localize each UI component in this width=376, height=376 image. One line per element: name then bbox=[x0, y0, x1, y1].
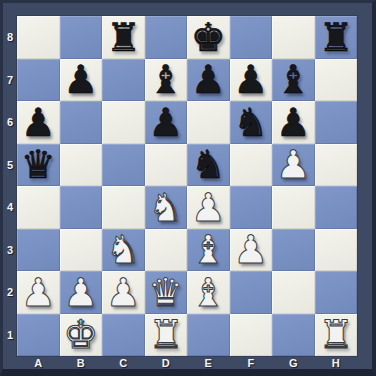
square-d8[interactable] bbox=[145, 16, 188, 59]
square-h2[interactable] bbox=[315, 271, 358, 314]
square-g2[interactable] bbox=[272, 271, 315, 314]
piece-black-rook[interactable]: ♜ bbox=[106, 18, 141, 57]
piece-white-king[interactable]: ♚ bbox=[63, 315, 98, 354]
piece-black-queen[interactable]: ♛ bbox=[21, 145, 56, 184]
rank-label-3: 3 bbox=[3, 229, 17, 272]
square-g3[interactable] bbox=[272, 229, 315, 272]
square-b2[interactable]: ♟ bbox=[60, 271, 103, 314]
square-d4[interactable]: ♞ bbox=[145, 186, 188, 229]
square-f8[interactable] bbox=[230, 16, 273, 59]
square-a4[interactable] bbox=[17, 186, 60, 229]
piece-black-pawn[interactable]: ♟ bbox=[191, 60, 226, 99]
square-h7[interactable] bbox=[315, 59, 358, 102]
piece-white-pawn[interactable]: ♟ bbox=[21, 273, 56, 312]
piece-black-pawn[interactable]: ♟ bbox=[21, 103, 56, 142]
piece-white-rook[interactable]: ♜ bbox=[148, 315, 183, 354]
square-c3[interactable]: ♞ bbox=[102, 229, 145, 272]
piece-black-pawn[interactable]: ♟ bbox=[276, 103, 311, 142]
square-b7[interactable]: ♟ bbox=[60, 59, 103, 102]
square-c2[interactable]: ♟ bbox=[102, 271, 145, 314]
rank-label-5: 5 bbox=[3, 144, 17, 187]
square-f2[interactable] bbox=[230, 271, 273, 314]
piece-white-pawn[interactable]: ♟ bbox=[106, 273, 141, 312]
square-a5[interactable]: ♛ bbox=[17, 144, 60, 187]
piece-black-knight[interactable]: ♞ bbox=[191, 145, 226, 184]
rank-label-1: 1 bbox=[3, 314, 17, 357]
square-g8[interactable] bbox=[272, 16, 315, 59]
square-e5[interactable]: ♞ bbox=[187, 144, 230, 187]
square-f3[interactable]: ♟ bbox=[230, 229, 273, 272]
file-label-e: E bbox=[187, 356, 230, 369]
file-labels: ABCDEFGH bbox=[17, 356, 357, 369]
square-d7[interactable]: ♝ bbox=[145, 59, 188, 102]
piece-white-rook[interactable]: ♜ bbox=[318, 315, 353, 354]
file-label-c: C bbox=[102, 356, 145, 369]
square-h4[interactable] bbox=[315, 186, 358, 229]
rank-label-2: 2 bbox=[3, 271, 17, 314]
chess-board-frame: 87654321 ♜♚♜♟♝♟♟♝♟♟♞♟♛♞♟♞♟♞♝♟♟♟♟♛♝♚♜♜ AB… bbox=[0, 0, 376, 376]
square-c4[interactable] bbox=[102, 186, 145, 229]
file-label-a: A bbox=[17, 356, 60, 369]
file-label-b: B bbox=[60, 356, 103, 369]
piece-white-queen[interactable]: ♛ bbox=[148, 273, 183, 312]
piece-white-pawn[interactable]: ♟ bbox=[276, 145, 311, 184]
square-g5[interactable]: ♟ bbox=[272, 144, 315, 187]
square-g6[interactable]: ♟ bbox=[272, 101, 315, 144]
square-g4[interactable] bbox=[272, 186, 315, 229]
square-b1[interactable]: ♚ bbox=[60, 314, 103, 357]
square-f4[interactable] bbox=[230, 186, 273, 229]
square-c7[interactable] bbox=[102, 59, 145, 102]
square-b6[interactable] bbox=[60, 101, 103, 144]
file-label-d: D bbox=[145, 356, 188, 369]
file-label-f: F bbox=[230, 356, 273, 369]
square-h5[interactable] bbox=[315, 144, 358, 187]
square-d6[interactable]: ♟ bbox=[145, 101, 188, 144]
square-e2[interactable]: ♝ bbox=[187, 271, 230, 314]
square-b8[interactable] bbox=[60, 16, 103, 59]
square-h1[interactable]: ♜ bbox=[315, 314, 358, 357]
piece-black-bishop[interactable]: ♝ bbox=[276, 60, 311, 99]
chess-board[interactable]: ♜♚♜♟♝♟♟♝♟♟♞♟♛♞♟♞♟♞♝♟♟♟♟♛♝♚♜♜ bbox=[17, 16, 357, 356]
piece-black-pawn[interactable]: ♟ bbox=[148, 103, 183, 142]
square-h8[interactable]: ♜ bbox=[315, 16, 358, 59]
rank-label-4: 4 bbox=[3, 186, 17, 229]
piece-white-knight[interactable]: ♞ bbox=[148, 188, 183, 227]
square-a1[interactable] bbox=[17, 314, 60, 357]
square-e4[interactable]: ♟ bbox=[187, 186, 230, 229]
square-a7[interactable] bbox=[17, 59, 60, 102]
square-a3[interactable] bbox=[17, 229, 60, 272]
square-e3[interactable]: ♝ bbox=[187, 229, 230, 272]
piece-white-bishop[interactable]: ♝ bbox=[191, 273, 226, 312]
square-f7[interactable]: ♟ bbox=[230, 59, 273, 102]
piece-white-pawn[interactable]: ♟ bbox=[191, 188, 226, 227]
square-c5[interactable] bbox=[102, 144, 145, 187]
piece-black-pawn[interactable]: ♟ bbox=[63, 60, 98, 99]
square-a6[interactable]: ♟ bbox=[17, 101, 60, 144]
square-h6[interactable] bbox=[315, 101, 358, 144]
rank-label-8: 8 bbox=[3, 16, 17, 59]
square-d3[interactable] bbox=[145, 229, 188, 272]
square-f6[interactable]: ♞ bbox=[230, 101, 273, 144]
square-g7[interactable]: ♝ bbox=[272, 59, 315, 102]
square-h3[interactable] bbox=[315, 229, 358, 272]
square-a2[interactable]: ♟ bbox=[17, 271, 60, 314]
file-label-h: H bbox=[315, 356, 358, 369]
square-c1[interactable] bbox=[102, 314, 145, 357]
rank-labels: 87654321 bbox=[3, 16, 17, 356]
piece-white-pawn[interactable]: ♟ bbox=[63, 273, 98, 312]
square-d1[interactable]: ♜ bbox=[145, 314, 188, 357]
piece-white-bishop[interactable]: ♝ bbox=[191, 230, 226, 269]
square-g1[interactable] bbox=[272, 314, 315, 357]
square-b4[interactable] bbox=[60, 186, 103, 229]
square-f5[interactable] bbox=[230, 144, 273, 187]
square-c8[interactable]: ♜ bbox=[102, 16, 145, 59]
square-e8[interactable]: ♚ bbox=[187, 16, 230, 59]
square-d2[interactable]: ♛ bbox=[145, 271, 188, 314]
piece-black-knight[interactable]: ♞ bbox=[233, 103, 268, 142]
square-c6[interactable] bbox=[102, 101, 145, 144]
piece-white-pawn[interactable]: ♟ bbox=[233, 230, 268, 269]
piece-white-knight[interactable]: ♞ bbox=[106, 230, 141, 269]
file-label-g: G bbox=[272, 356, 315, 369]
square-d5[interactable] bbox=[145, 144, 188, 187]
square-b5[interactable] bbox=[60, 144, 103, 187]
square-f1[interactable] bbox=[230, 314, 273, 357]
piece-black-bishop[interactable]: ♝ bbox=[148, 60, 183, 99]
piece-black-king[interactable]: ♚ bbox=[191, 18, 226, 57]
square-e6[interactable] bbox=[187, 101, 230, 144]
rank-label-6: 6 bbox=[3, 101, 17, 144]
square-b3[interactable] bbox=[60, 229, 103, 272]
square-e1[interactable] bbox=[187, 314, 230, 357]
square-e7[interactable]: ♟ bbox=[187, 59, 230, 102]
square-a8[interactable] bbox=[17, 16, 60, 59]
rank-label-7: 7 bbox=[3, 59, 17, 102]
piece-black-rook[interactable]: ♜ bbox=[318, 18, 353, 57]
piece-black-pawn[interactable]: ♟ bbox=[233, 60, 268, 99]
